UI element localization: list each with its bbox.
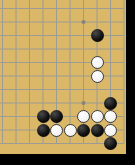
black-stone-N2 [37, 124, 50, 137]
white-stone-S3 [104, 110, 117, 123]
black-stone-N3 [37, 110, 50, 123]
star-point-Q10 [82, 20, 86, 24]
white-stone-R3 [91, 110, 104, 123]
black-stone-S4 [104, 97, 117, 110]
black-stone-O3 [50, 110, 63, 123]
white-stone-Q3 [77, 110, 90, 123]
white-stone-R7 [91, 56, 104, 69]
white-stone-P2 [64, 124, 77, 137]
board-frame [0, 0, 135, 165]
black-stone-S1 [104, 137, 117, 150]
black-stone-R9 [91, 29, 104, 42]
star-point-Q4 [82, 101, 86, 105]
black-stone-R2 [91, 124, 104, 137]
go-board[interactable] [0, 0, 126, 154]
white-stone-S2 [104, 124, 117, 137]
black-stone-Q2 [77, 124, 90, 137]
white-stone-O2 [50, 124, 63, 137]
white-stone-R6 [91, 70, 104, 83]
